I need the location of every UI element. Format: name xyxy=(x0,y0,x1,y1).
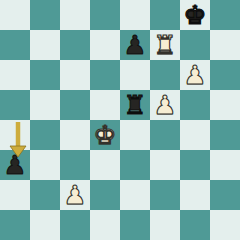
square-d4[interactable]: ♚ xyxy=(90,120,120,150)
square-d8[interactable] xyxy=(90,0,120,30)
square-a5[interactable] xyxy=(0,90,30,120)
square-a4[interactable] xyxy=(0,120,30,150)
square-c6[interactable] xyxy=(60,60,90,90)
square-f2[interactable] xyxy=(150,180,180,210)
square-e8[interactable] xyxy=(120,0,150,30)
square-b6[interactable] xyxy=(30,60,60,90)
square-d3[interactable] xyxy=(90,150,120,180)
square-c1[interactable] xyxy=(60,210,90,240)
square-g1[interactable] xyxy=(180,210,210,240)
square-e4[interactable] xyxy=(120,120,150,150)
square-e5[interactable]: ♜ xyxy=(120,90,150,120)
square-d1[interactable] xyxy=(90,210,120,240)
square-d5[interactable] xyxy=(90,90,120,120)
square-d2[interactable] xyxy=(90,180,120,210)
square-g3[interactable] xyxy=(180,150,210,180)
square-e3[interactable] xyxy=(120,150,150,180)
square-f7[interactable]: ♜ xyxy=(150,30,180,60)
white-pawn[interactable]: ♟ xyxy=(153,90,176,120)
square-e2[interactable] xyxy=(120,180,150,210)
square-d6[interactable] xyxy=(90,60,120,90)
square-b5[interactable] xyxy=(30,90,60,120)
square-d7[interactable] xyxy=(90,30,120,60)
square-g6[interactable]: ♟ xyxy=(180,60,210,90)
square-g5[interactable] xyxy=(180,90,210,120)
square-b2[interactable] xyxy=(30,180,60,210)
square-c8[interactable] xyxy=(60,0,90,30)
square-c7[interactable] xyxy=(60,30,90,60)
square-b3[interactable] xyxy=(30,150,60,180)
square-c2[interactable]: ♟ xyxy=(60,180,90,210)
square-b7[interactable] xyxy=(30,30,60,60)
square-h1[interactable] xyxy=(210,210,240,240)
black-king[interactable]: ♚ xyxy=(183,0,206,30)
square-h7[interactable] xyxy=(210,30,240,60)
square-g8[interactable]: ♚ xyxy=(180,0,210,30)
square-e7[interactable]: ♟ xyxy=(120,30,150,60)
square-h3[interactable] xyxy=(210,150,240,180)
chess-board-container: ♚♟♜♟♜♟♚♟♟ xyxy=(0,0,240,240)
square-h4[interactable] xyxy=(210,120,240,150)
square-a2[interactable] xyxy=(0,180,30,210)
square-e1[interactable] xyxy=(120,210,150,240)
square-f5[interactable]: ♟ xyxy=(150,90,180,120)
square-f1[interactable] xyxy=(150,210,180,240)
square-h6[interactable] xyxy=(210,60,240,90)
square-a6[interactable] xyxy=(0,60,30,90)
square-f8[interactable] xyxy=(150,0,180,30)
black-rook[interactable]: ♜ xyxy=(123,90,146,120)
square-c4[interactable] xyxy=(60,120,90,150)
square-c5[interactable] xyxy=(60,90,90,120)
square-a3[interactable]: ♟ xyxy=(0,150,30,180)
square-b4[interactable] xyxy=(30,120,60,150)
chess-board: ♚♟♜♟♜♟♚♟♟ xyxy=(0,0,240,240)
white-rook[interactable]: ♜ xyxy=(153,30,176,60)
square-f3[interactable] xyxy=(150,150,180,180)
square-b1[interactable] xyxy=(30,210,60,240)
square-f6[interactable] xyxy=(150,60,180,90)
square-h2[interactable] xyxy=(210,180,240,210)
square-g7[interactable] xyxy=(180,30,210,60)
square-f4[interactable] xyxy=(150,120,180,150)
square-a7[interactable] xyxy=(0,30,30,60)
white-pawn[interactable]: ♟ xyxy=(63,180,86,210)
square-e6[interactable] xyxy=(120,60,150,90)
square-b8[interactable] xyxy=(30,0,60,30)
square-g2[interactable] xyxy=(180,180,210,210)
black-pawn[interactable]: ♟ xyxy=(3,150,26,180)
square-h8[interactable] xyxy=(210,0,240,30)
square-h5[interactable] xyxy=(210,90,240,120)
square-c3[interactable] xyxy=(60,150,90,180)
white-king[interactable]: ♚ xyxy=(93,120,116,150)
square-a8[interactable] xyxy=(0,0,30,30)
white-pawn[interactable]: ♟ xyxy=(183,60,206,90)
square-g4[interactable] xyxy=(180,120,210,150)
black-pawn[interactable]: ♟ xyxy=(123,30,146,60)
square-a1[interactable] xyxy=(0,210,30,240)
